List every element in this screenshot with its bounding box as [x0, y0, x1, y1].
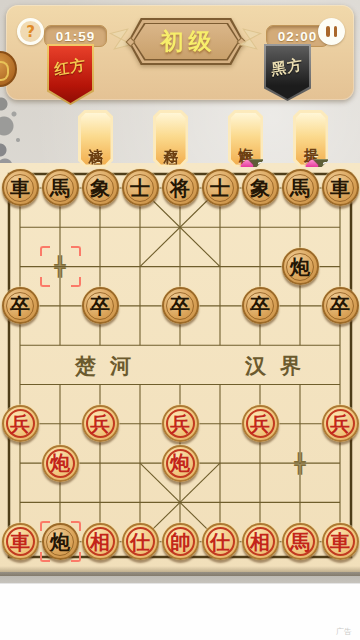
ad-tag: 广告 [336, 626, 352, 637]
red-piece[interactable]: 兵 [82, 405, 119, 442]
board-point-marker: ╬ [54, 257, 65, 276]
help-button[interactable]: ? [17, 18, 44, 45]
black-piece[interactable]: 象 [82, 169, 119, 206]
level-title: 初级 [128, 18, 244, 65]
save-game-button[interactable]: 存档 [153, 110, 188, 167]
black-piece[interactable]: 炮 [42, 523, 79, 560]
red-piece[interactable]: 相 [242, 523, 279, 560]
pause-button[interactable] [318, 18, 345, 45]
red-piece[interactable]: 車 [2, 523, 39, 560]
red-piece[interactable]: 兵 [2, 405, 39, 442]
xiangqi-board[interactable]: 楚河 汉界 ╬╬車馬象士将士象馬車炮卒卒卒卒卒兵兵兵兵兵炮炮車炮相仕帥仕相馬車 [0, 163, 360, 572]
black-piece[interactable]: 馬 [42, 169, 79, 206]
red-piece[interactable]: 兵 [242, 405, 279, 442]
red-piece[interactable]: 帥 [162, 523, 199, 560]
black-piece[interactable]: 車 [322, 169, 359, 206]
black-piece[interactable]: 卒 [162, 287, 199, 324]
hint-label: 提示 [301, 136, 320, 142]
red-piece[interactable]: 相 [82, 523, 119, 560]
toolbar: 读档 存档 悔棋 2 提示 2 [0, 110, 360, 168]
board-point-marker: ╬ [294, 454, 305, 473]
save-game-label: 存档 [161, 136, 180, 142]
hint-button[interactable]: 提示 2 [293, 110, 328, 167]
red-piece[interactable]: 兵 [322, 405, 359, 442]
black-piece[interactable]: 将 [162, 169, 199, 206]
ad-banner[interactable]: 中国移动 中国移动-小歪 审核通过！您还未激活?填写手机号，立即开通，马上使用！… [0, 583, 360, 640]
black-piece[interactable]: 士 [122, 169, 159, 206]
load-game-label: 读档 [86, 136, 105, 142]
black-piece[interactable]: 炮 [282, 248, 319, 285]
red-timer: 01:59 [44, 25, 107, 47]
red-piece[interactable]: 仕 [202, 523, 239, 560]
black-piece[interactable]: 士 [202, 169, 239, 206]
black-piece[interactable]: 象 [242, 169, 279, 206]
black-piece[interactable]: 車 [2, 169, 39, 206]
red-piece[interactable]: 仕 [122, 523, 159, 560]
red-piece[interactable]: 馬 [282, 523, 319, 560]
xiangqi-app-screen: { "game": "xiangqi (Chinese Chess)", "le… [0, 0, 360, 640]
board-grid: ╬╬車馬象士将士象馬車炮卒卒卒卒卒兵兵兵兵兵炮炮車炮相仕帥仕相馬車 [0, 168, 360, 561]
black-piece[interactable]: 卒 [322, 287, 359, 324]
load-game-button[interactable]: 读档 [78, 110, 113, 167]
red-piece[interactable]: 車 [322, 523, 359, 560]
level-plaque: 初级 [128, 18, 244, 65]
undo-move-button[interactable]: 悔棋 2 [228, 110, 263, 167]
black-piece[interactable]: 卒 [242, 287, 279, 324]
undo-move-label: 悔棋 [236, 136, 255, 142]
black-piece[interactable]: 卒 [82, 287, 119, 324]
black-piece[interactable]: 馬 [282, 169, 319, 206]
red-piece[interactable]: 兵 [162, 405, 199, 442]
red-piece[interactable]: 炮 [162, 445, 199, 482]
black-piece[interactable]: 卒 [2, 287, 39, 324]
red-piece[interactable]: 炮 [42, 445, 79, 482]
